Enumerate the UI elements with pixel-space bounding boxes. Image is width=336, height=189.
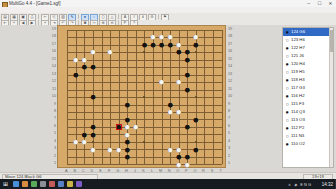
white-move-node-icon: ●: [285, 118, 290, 123]
star-point: [195, 51, 197, 53]
grid-line-horizontal: [67, 164, 221, 165]
last-move-marker: [116, 124, 121, 129]
row-label-right: 16: [228, 49, 236, 53]
row-label-right: 1: [228, 161, 236, 165]
black-stone[interactable]: ●: [88, 62, 97, 71]
row-label-left: 18: [49, 34, 56, 38]
row-label-left: 10: [49, 94, 56, 98]
move-label: 117 G3: [291, 85, 305, 90]
white-stone[interactable]: ●: [114, 145, 123, 154]
move-label: 114 Q3: [291, 109, 305, 114]
move-list-item[interactable]: ●122 H7: [283, 44, 333, 52]
white-stone[interactable]: ●: [157, 77, 166, 86]
white-stone[interactable]: ●: [88, 145, 97, 154]
row-label-right: 19: [228, 27, 236, 31]
move-list-item[interactable]: ●119 H5: [283, 68, 333, 76]
grid-line-vertical: [204, 30, 205, 165]
toolbar-separator: [78, 14, 79, 19]
row-label-left: 1: [49, 161, 56, 165]
black-stone[interactable]: ●: [71, 70, 80, 79]
taskbar-app-7[interactable]: [67, 181, 73, 187]
move-list-item[interactable]: ●118 H3: [283, 76, 333, 84]
move-list-item[interactable]: ●110 O2: [283, 140, 333, 148]
white-stone[interactable]: ●: [106, 47, 115, 56]
go-board[interactable]: ●●●●●●●●●●●●●●●●●●●●●●●●●●●●●●●●●●●●●●●●…: [57, 25, 226, 168]
move-label: 121 J6: [291, 53, 304, 58]
white-stone[interactable]: ●: [191, 32, 200, 41]
move-label: 111 N3: [291, 133, 304, 138]
white-stone[interactable]: ●: [183, 160, 192, 169]
move-label: 118 H3: [291, 77, 305, 82]
grid-line-horizontal: [67, 112, 221, 113]
move-list-item[interactable]: ●120 H4: [283, 60, 333, 68]
black-stone[interactable]: ●: [88, 122, 97, 131]
white-stone[interactable]: ●: [174, 77, 183, 86]
row-label-right: 9: [228, 102, 236, 106]
move-list-item[interactable]: ●117 G3: [283, 84, 333, 92]
row-label-left: 8: [49, 109, 56, 113]
move-list-scrollbar[interactable]: [329, 28, 334, 167]
row-label-left: 11: [49, 87, 56, 91]
taskbar-app-4[interactable]: [40, 181, 46, 187]
move-list-item[interactable]: ●115 F3: [283, 100, 333, 108]
row-label-left: 5: [49, 131, 56, 135]
grid-line-vertical: [213, 30, 214, 165]
star-point: [92, 141, 94, 143]
black-stone[interactable]: ●: [183, 85, 192, 94]
row-label-right: 18: [228, 34, 236, 38]
black-move-node-icon: ●: [285, 30, 290, 35]
row-label-right: 11: [228, 87, 236, 91]
row-label-right: 2: [228, 154, 236, 158]
black-stone[interactable]: ●: [123, 152, 132, 161]
black-stone[interactable]: ●: [191, 145, 200, 154]
grid-line-vertical: [153, 30, 154, 165]
row-label-right: 4: [228, 139, 236, 143]
move-label: 120 H4: [291, 61, 305, 66]
white-move-node-icon: ●: [285, 38, 290, 43]
grid-line-horizontal: [67, 157, 221, 158]
taskbar-app-2[interactable]: [22, 181, 28, 187]
row-label-left: 6: [49, 124, 56, 128]
black-stone[interactable]: ●: [123, 100, 132, 109]
move-label: 116 H2: [291, 93, 305, 98]
row-label-right: 10: [228, 94, 236, 98]
row-label-left: 9: [49, 102, 56, 106]
toolbar-separator: [38, 14, 39, 19]
taskbar: ⊞ ∧ ◈ ENG 14:32: [0, 179, 336, 189]
white-stone[interactable]: ●: [174, 107, 183, 116]
row-label-right: 12: [228, 79, 236, 83]
row-label-left: 16: [49, 49, 56, 53]
row-label-left: 14: [49, 64, 56, 68]
white-move-node-icon: ●: [285, 86, 290, 91]
taskbar-app-6[interactable]: [58, 181, 64, 187]
taskbar-app-3[interactable]: [31, 181, 37, 187]
move-label: 119 H5: [291, 69, 305, 74]
move-label: 115 F3: [291, 101, 304, 106]
black-stone[interactable]: ●: [191, 115, 200, 124]
row-label-right: 14: [228, 64, 236, 68]
move-list-panel: ●124 G6●123 H6●122 H7●121 J6●120 H4●119 …: [282, 27, 334, 168]
move-list-item[interactable]: ●113 O3: [283, 116, 333, 124]
row-label-left: 7: [49, 116, 56, 120]
row-label-left: 13: [49, 72, 56, 76]
minimize-button[interactable]: ─: [303, 0, 314, 7]
row-label-left: 2: [49, 154, 56, 158]
maximize-button[interactable]: ☐: [314, 0, 325, 7]
row-label-right: 5: [228, 131, 236, 135]
grid-line-vertical: [222, 30, 223, 165]
move-label: 122 H7: [291, 45, 305, 50]
white-move-node-icon: ●: [285, 70, 290, 75]
main-area: ●●●●●●●●●●●●●●●●●●●●●●●●●●●●●●●●●●●●●●●●…: [0, 25, 336, 172]
move-label: 124 G6: [291, 29, 305, 34]
black-move-node-icon: ●: [285, 46, 290, 51]
move-label: 112 P2: [291, 125, 304, 130]
black-stone[interactable]: ●: [183, 122, 192, 131]
close-button[interactable]: ✕: [325, 0, 336, 7]
move-label: 123 H6: [291, 37, 305, 42]
black-move-node-icon: ●: [285, 62, 290, 67]
white-stone[interactable]: ●: [174, 145, 183, 154]
move-list-item[interactable]: ●124 G6: [283, 28, 333, 36]
row-label-right: 6: [228, 124, 236, 128]
system-tray[interactable]: ∧ ◈ ENG: [288, 182, 312, 187]
white-stone[interactable]: ●: [88, 47, 97, 56]
move-list-item[interactable]: ●123 H6: [283, 36, 333, 44]
row-label-left: 3: [49, 146, 56, 150]
black-move-node-icon: ●: [285, 142, 290, 147]
row-label-left: 15: [49, 57, 56, 61]
scrollbar-thumb[interactable]: [330, 30, 333, 52]
star-point: [195, 96, 197, 98]
row-label-right: 13: [228, 72, 236, 76]
move-label: 110 O2: [291, 141, 305, 146]
taskbar-app-8[interactable]: [76, 181, 82, 187]
row-label-right: 15: [228, 57, 236, 61]
white-stone[interactable]: ●: [131, 122, 140, 131]
row-label-right: 7: [228, 116, 236, 120]
star-point: [195, 141, 197, 143]
move-label: 113 O3: [291, 117, 305, 122]
row-label-right: 8: [228, 109, 236, 113]
taskbar-app-5[interactable]: [49, 181, 55, 187]
start-button[interactable]: ⊞: [2, 181, 9, 188]
white-move-node-icon: ●: [285, 54, 290, 59]
move-list-item[interactable]: ●114 Q3: [283, 108, 333, 116]
white-move-node-icon: ●: [285, 102, 290, 107]
window-title: MultiGo 4.4 - [Game1.sgf]: [9, 1, 61, 6]
row-label-right: 17: [228, 42, 236, 46]
move-list-item[interactable]: ●111 N3: [283, 132, 333, 140]
grid-line-vertical: [162, 30, 163, 165]
row-label-left: 4: [49, 139, 56, 143]
move-list-item[interactable]: ●116 H2: [283, 92, 333, 100]
black-stone[interactable]: ●: [88, 92, 97, 101]
toolbar-separator: [118, 14, 119, 19]
row-label-left: 17: [49, 42, 56, 46]
toolbar-separator: [158, 14, 159, 19]
black-stone[interactable]: ●: [183, 55, 192, 64]
white-move-node-icon: ●: [285, 134, 290, 139]
white-stone[interactable]: ●: [80, 55, 89, 64]
move-list-item[interactable]: ●112 P2: [283, 124, 333, 132]
taskbar-app-1[interactable]: [13, 181, 19, 187]
move-list-item[interactable]: ●121 J6: [283, 52, 333, 60]
row-label-left: 19: [49, 27, 56, 31]
black-move-node-icon: ●: [285, 110, 290, 115]
black-move-node-icon: ●: [285, 126, 290, 131]
black-stone[interactable]: ●: [183, 70, 192, 79]
white-stone[interactable]: ●: [174, 40, 183, 49]
row-label-left: 12: [49, 79, 56, 83]
taskbar-clock: 14:32: [322, 182, 333, 187]
row-label-right: 3: [228, 146, 236, 150]
black-move-node-icon: ●: [285, 78, 290, 83]
application-window: MultiGo 4.4 - [Game1.sgf] ─ ☐ ✕ FileEdit…: [0, 0, 336, 189]
grid-line-horizontal: [67, 105, 221, 106]
black-move-node-icon: ●: [285, 94, 290, 99]
